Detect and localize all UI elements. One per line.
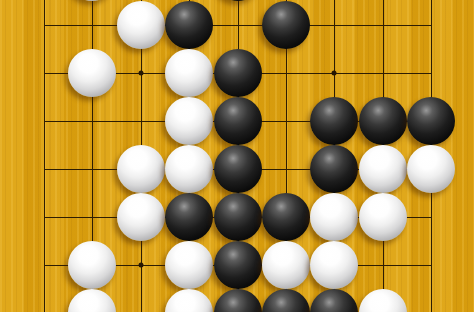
stone-glyph: ● xyxy=(407,97,455,145)
white-stone-c6-r7: ○ xyxy=(262,241,310,289)
stone-glyph: ○ xyxy=(68,289,116,312)
stone-glyph: ● xyxy=(262,1,310,49)
stone-glyph: ○ xyxy=(359,145,407,193)
white-stone-c3-r2: ○ xyxy=(117,1,165,49)
stone-glyph: ○ xyxy=(68,0,116,1)
stone-glyph: ○ xyxy=(310,241,358,289)
white-stone-c2-r3: ○ xyxy=(68,49,116,97)
white-stone-c7-r6: ○ xyxy=(310,193,358,241)
black-stone-c5-r7: ● xyxy=(214,241,262,289)
star-point-3-3 xyxy=(138,71,143,76)
stone-glyph: ○ xyxy=(165,145,213,193)
stone-glyph: ○ xyxy=(117,145,165,193)
black-stone-c7-r8: ● xyxy=(310,289,358,312)
stone-glyph: ● xyxy=(214,241,262,289)
stone-glyph: ● xyxy=(214,193,262,241)
black-stone-c6-r6: ● xyxy=(262,193,310,241)
stone-glyph: ○ xyxy=(359,289,407,312)
stone-glyph: ○ xyxy=(262,241,310,289)
white-stone-c4-r8: ○ xyxy=(165,289,213,312)
go-board[interactable]: ○●○●●○○●○●●●●○○●●○○○●●●○○○○●○○○○●●●○ xyxy=(0,0,474,312)
stone-glyph: ○ xyxy=(165,97,213,145)
stone-glyph: ○ xyxy=(117,1,165,49)
black-stone-c4-r6: ● xyxy=(165,193,213,241)
stone-glyph: ● xyxy=(310,97,358,145)
stone-glyph: ● xyxy=(214,145,262,193)
white-stone-c4-r3: ○ xyxy=(165,49,213,97)
stone-glyph: ● xyxy=(262,193,310,241)
stone-glyph: ○ xyxy=(359,193,407,241)
stone-glyph: ● xyxy=(214,49,262,97)
black-stone-c5-r1: ● xyxy=(214,0,262,1)
stone-glyph: ○ xyxy=(165,241,213,289)
black-stone-c6-r2: ● xyxy=(262,1,310,49)
stone-glyph: ● xyxy=(262,289,310,312)
black-stone-c6-r8: ● xyxy=(262,289,310,312)
stone-glyph: ○ xyxy=(68,49,116,97)
black-stone-c4-r2: ● xyxy=(165,1,213,49)
black-stone-c5-r5: ● xyxy=(214,145,262,193)
white-stone-c2-r8: ○ xyxy=(68,289,116,312)
stone-glyph: ○ xyxy=(165,289,213,312)
stone-glyph: ● xyxy=(310,289,358,312)
stone-glyph: ● xyxy=(359,97,407,145)
stone-glyph: ● xyxy=(165,193,213,241)
stone-glyph: ● xyxy=(214,97,262,145)
black-stone-c7-r4: ● xyxy=(310,97,358,145)
white-stone-c7-r7: ○ xyxy=(310,241,358,289)
white-stone-c9-r5: ○ xyxy=(407,145,455,193)
stone-glyph: ○ xyxy=(117,193,165,241)
black-stone-c7-r5: ● xyxy=(310,145,358,193)
stone-glyph: ○ xyxy=(68,241,116,289)
stone-glyph: ● xyxy=(214,0,262,1)
star-point-7-3 xyxy=(332,71,337,76)
stone-glyph: ● xyxy=(310,145,358,193)
stone-glyph: ● xyxy=(165,1,213,49)
black-stone-c5-r4: ● xyxy=(214,97,262,145)
white-stone-c2-r1: ○ xyxy=(68,0,116,1)
white-stone-c4-r5: ○ xyxy=(165,145,213,193)
white-stone-c8-r5: ○ xyxy=(359,145,407,193)
white-stone-c3-r6: ○ xyxy=(117,193,165,241)
black-stone-c8-r4: ● xyxy=(359,97,407,145)
star-point-3-7 xyxy=(138,263,143,268)
black-stone-c9-r4: ● xyxy=(407,97,455,145)
stone-glyph: ● xyxy=(214,289,262,312)
stone-glyph: ○ xyxy=(310,193,358,241)
black-stone-c5-r8: ● xyxy=(214,289,262,312)
white-stone-c2-r7: ○ xyxy=(68,241,116,289)
stone-glyph: ○ xyxy=(407,145,455,193)
grid-line-row-2 xyxy=(44,25,432,26)
white-stone-c8-r6: ○ xyxy=(359,193,407,241)
white-stone-c4-r4: ○ xyxy=(165,97,213,145)
white-stone-c3-r5: ○ xyxy=(117,145,165,193)
black-stone-c5-r6: ● xyxy=(214,193,262,241)
black-stone-c5-r3: ● xyxy=(214,49,262,97)
stone-glyph: ○ xyxy=(165,49,213,97)
white-stone-c4-r7: ○ xyxy=(165,241,213,289)
white-stone-c8-r8: ○ xyxy=(359,289,407,312)
